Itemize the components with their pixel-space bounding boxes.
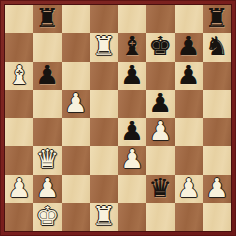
square-f3[interactable] xyxy=(146,146,174,174)
square-c2[interactable] xyxy=(62,175,90,203)
piece-black-pawn[interactable]: ♟ xyxy=(120,62,143,89)
piece-white-pawn[interactable]: ♟ xyxy=(36,175,59,202)
square-d2[interactable] xyxy=(90,175,118,203)
square-h7[interactable]: ♞ xyxy=(203,33,231,61)
square-a3[interactable] xyxy=(5,146,33,174)
square-d4[interactable] xyxy=(90,118,118,146)
square-h5[interactable] xyxy=(203,90,231,118)
piece-white-pawn[interactable]: ♟ xyxy=(120,146,143,173)
square-b2[interactable]: ♟ xyxy=(33,175,61,203)
square-f5[interactable]: ♟ xyxy=(146,90,174,118)
square-a2[interactable]: ♟ xyxy=(5,175,33,203)
square-g6[interactable]: ♟ xyxy=(175,62,203,90)
piece-black-bishop[interactable]: ♝ xyxy=(120,33,143,60)
square-d3[interactable] xyxy=(90,146,118,174)
square-a7[interactable] xyxy=(5,33,33,61)
piece-white-bishop[interactable]: ♝ xyxy=(7,62,30,89)
square-h1[interactable] xyxy=(203,203,231,231)
square-e2[interactable] xyxy=(118,175,146,203)
square-g7[interactable]: ♟ xyxy=(175,33,203,61)
square-b3[interactable]: ♛ xyxy=(33,146,61,174)
chess-board: ♜♜♜♝♚♟♞♝♟♟♟♟♟♟♟♛♟♟♟♛♟♟♚♜ xyxy=(5,5,231,231)
board-frame: ♜♜♜♝♚♟♞♝♟♟♟♟♟♟♟♛♟♟♟♛♟♟♚♜ xyxy=(0,0,236,236)
square-e1[interactable] xyxy=(118,203,146,231)
piece-white-pawn[interactable]: ♟ xyxy=(64,90,87,117)
square-c8[interactable] xyxy=(62,5,90,33)
square-c3[interactable] xyxy=(62,146,90,174)
square-e7[interactable]: ♝ xyxy=(118,33,146,61)
square-a1[interactable] xyxy=(5,203,33,231)
square-a8[interactable] xyxy=(5,5,33,33)
square-e3[interactable]: ♟ xyxy=(118,146,146,174)
square-b6[interactable]: ♟ xyxy=(33,62,61,90)
square-h4[interactable] xyxy=(203,118,231,146)
square-g4[interactable] xyxy=(175,118,203,146)
square-d7[interactable]: ♜ xyxy=(90,33,118,61)
square-g3[interactable] xyxy=(175,146,203,174)
square-h2[interactable]: ♟ xyxy=(203,175,231,203)
square-h6[interactable] xyxy=(203,62,231,90)
square-g1[interactable] xyxy=(175,203,203,231)
piece-black-rook[interactable]: ♜ xyxy=(205,5,228,32)
square-b7[interactable] xyxy=(33,33,61,61)
piece-black-pawn[interactable]: ♟ xyxy=(177,62,200,89)
piece-white-queen[interactable]: ♛ xyxy=(36,146,59,173)
square-f2[interactable]: ♛ xyxy=(146,175,174,203)
square-g5[interactable] xyxy=(175,90,203,118)
square-c4[interactable] xyxy=(62,118,90,146)
square-c5[interactable]: ♟ xyxy=(62,90,90,118)
square-f8[interactable] xyxy=(146,5,174,33)
piece-white-rook[interactable]: ♜ xyxy=(92,33,115,60)
square-b5[interactable] xyxy=(33,90,61,118)
piece-white-pawn[interactable]: ♟ xyxy=(7,175,30,202)
square-h8[interactable]: ♜ xyxy=(203,5,231,33)
square-g8[interactable] xyxy=(175,5,203,33)
square-b8[interactable]: ♜ xyxy=(33,5,61,33)
square-e6[interactable]: ♟ xyxy=(118,62,146,90)
square-h3[interactable] xyxy=(203,146,231,174)
square-f1[interactable] xyxy=(146,203,174,231)
square-d6[interactable] xyxy=(90,62,118,90)
piece-black-queen[interactable]: ♛ xyxy=(149,175,172,202)
piece-black-knight[interactable]: ♞ xyxy=(205,33,228,60)
square-f7[interactable]: ♚ xyxy=(146,33,174,61)
piece-white-pawn[interactable]: ♟ xyxy=(205,175,228,202)
piece-black-pawn[interactable]: ♟ xyxy=(36,62,59,89)
square-g2[interactable]: ♟ xyxy=(175,175,203,203)
piece-black-king[interactable]: ♚ xyxy=(149,33,172,60)
square-c1[interactable] xyxy=(62,203,90,231)
square-f4[interactable]: ♟ xyxy=(146,118,174,146)
piece-black-pawn[interactable]: ♟ xyxy=(149,90,172,117)
piece-black-pawn[interactable]: ♟ xyxy=(120,118,143,145)
square-e8[interactable] xyxy=(118,5,146,33)
square-f6[interactable] xyxy=(146,62,174,90)
square-d8[interactable] xyxy=(90,5,118,33)
piece-white-rook[interactable]: ♜ xyxy=(92,203,115,230)
square-b4[interactable] xyxy=(33,118,61,146)
square-a5[interactable] xyxy=(5,90,33,118)
piece-black-rook[interactable]: ♜ xyxy=(36,5,59,32)
square-d1[interactable]: ♜ xyxy=(90,203,118,231)
square-b1[interactable]: ♚ xyxy=(33,203,61,231)
square-a4[interactable] xyxy=(5,118,33,146)
square-c6[interactable] xyxy=(62,62,90,90)
piece-white-king[interactable]: ♚ xyxy=(36,203,59,230)
square-a6[interactable]: ♝ xyxy=(5,62,33,90)
square-c7[interactable] xyxy=(62,33,90,61)
square-e4[interactable]: ♟ xyxy=(118,118,146,146)
piece-white-pawn[interactable]: ♟ xyxy=(149,118,172,145)
square-d5[interactable] xyxy=(90,90,118,118)
square-e5[interactable] xyxy=(118,90,146,118)
piece-black-pawn[interactable]: ♟ xyxy=(177,33,200,60)
piece-white-pawn[interactable]: ♟ xyxy=(177,175,200,202)
